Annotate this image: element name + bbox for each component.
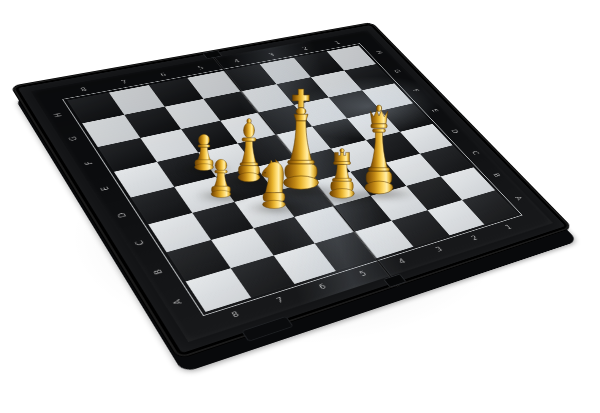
- pieces-layer: [0, 0, 600, 413]
- piece-knight-d5[interactable]: [259, 159, 289, 210]
- piece-pawn-e6[interactable]: [208, 158, 235, 198]
- piece-rook-d4[interactable]: [326, 147, 358, 200]
- photo-scene: 87654321 87654321 HGFEDCBA HGFEDCBA: [0, 0, 600, 413]
- piece-queen-d3[interactable]: [362, 104, 397, 196]
